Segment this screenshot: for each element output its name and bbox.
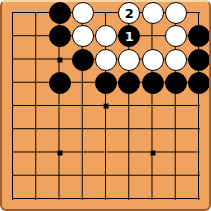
intersection[interactable]	[94, 187, 117, 210]
intersection[interactable]	[71, 48, 94, 71]
intersection-star-point[interactable]	[141, 141, 164, 164]
intersection[interactable]	[48, 25, 71, 48]
intersection[interactable]	[118, 187, 141, 210]
move-2-label: 2	[125, 7, 134, 20]
intersection[interactable]	[164, 118, 187, 141]
black-stone	[118, 72, 140, 94]
white-stone	[72, 25, 94, 47]
black-stone	[49, 72, 71, 94]
intersection[interactable]	[94, 164, 117, 187]
intersection[interactable]	[71, 94, 94, 117]
intersection[interactable]	[118, 48, 141, 71]
intersection-star-point[interactable]	[141, 48, 164, 71]
intersection[interactable]	[187, 118, 210, 141]
intersection[interactable]	[48, 71, 71, 94]
white-stone	[165, 2, 187, 24]
black-stone: 1	[118, 25, 140, 47]
intersection[interactable]	[141, 25, 164, 48]
black-stone	[142, 72, 164, 94]
black-stone	[95, 72, 117, 94]
intersection[interactable]	[71, 71, 94, 94]
intersection[interactable]	[118, 141, 141, 164]
intersection[interactable]	[94, 48, 117, 71]
intersection[interactable]	[48, 164, 71, 187]
intersection[interactable]	[1, 48, 24, 71]
intersection[interactable]	[141, 118, 164, 141]
intersection[interactable]	[187, 187, 210, 210]
white-stone	[142, 49, 164, 71]
intersection[interactable]	[164, 25, 187, 48]
black-stone	[165, 72, 187, 94]
intersection[interactable]	[25, 94, 48, 117]
intersection[interactable]	[141, 94, 164, 117]
intersection[interactable]	[1, 141, 24, 164]
intersection[interactable]	[25, 71, 48, 94]
intersection[interactable]	[25, 141, 48, 164]
intersection[interactable]	[71, 164, 94, 187]
intersection[interactable]	[71, 25, 94, 48]
intersection[interactable]	[187, 71, 210, 94]
white-stone: 2	[118, 2, 140, 24]
white-stone	[95, 25, 117, 47]
intersection[interactable]	[94, 71, 117, 94]
intersection[interactable]	[25, 1, 48, 24]
intersection[interactable]	[94, 118, 117, 141]
intersection-star-point[interactable]	[48, 48, 71, 71]
black-stone	[49, 2, 71, 24]
intersection[interactable]	[48, 1, 71, 24]
intersection[interactable]	[25, 164, 48, 187]
go-board: 21	[0, 0, 211, 211]
intersection[interactable]	[187, 48, 210, 71]
intersection[interactable]	[48, 118, 71, 141]
white-stone	[165, 25, 187, 47]
black-stone	[188, 49, 210, 71]
white-stone	[95, 49, 117, 71]
intersection[interactable]	[1, 118, 24, 141]
intersection[interactable]	[25, 48, 48, 71]
intersection[interactable]: 2	[118, 1, 141, 24]
intersection[interactable]	[71, 118, 94, 141]
intersection[interactable]	[164, 48, 187, 71]
intersection[interactable]	[1, 25, 24, 48]
intersection[interactable]	[71, 141, 94, 164]
intersection[interactable]	[141, 187, 164, 210]
black-stone	[49, 25, 71, 47]
intersection[interactable]	[187, 94, 210, 117]
move-1-label: 1	[125, 30, 134, 43]
black-stone	[188, 72, 210, 94]
intersection[interactable]	[25, 118, 48, 141]
intersection[interactable]	[141, 164, 164, 187]
intersection[interactable]	[71, 1, 94, 24]
intersection[interactable]	[25, 187, 48, 210]
intersection[interactable]	[118, 164, 141, 187]
intersection[interactable]	[164, 71, 187, 94]
intersection[interactable]	[164, 94, 187, 117]
black-stone	[72, 49, 94, 71]
intersection[interactable]	[141, 1, 164, 24]
intersection[interactable]	[48, 94, 71, 117]
white-stone	[165, 49, 187, 71]
intersection[interactable]: 1	[118, 25, 141, 48]
intersection-star-point[interactable]	[94, 94, 117, 117]
intersection[interactable]	[118, 71, 141, 94]
intersections-grid: 21	[1, 1, 210, 210]
intersection[interactable]	[141, 71, 164, 94]
intersection[interactable]	[164, 141, 187, 164]
intersection[interactable]	[94, 1, 117, 24]
intersection[interactable]	[187, 141, 210, 164]
intersection[interactable]	[71, 187, 94, 210]
white-stone	[142, 2, 164, 24]
intersection[interactable]	[187, 1, 210, 24]
intersection[interactable]	[118, 118, 141, 141]
intersection[interactable]	[1, 1, 24, 24]
intersection[interactable]	[164, 1, 187, 24]
intersection[interactable]	[118, 94, 141, 117]
intersection[interactable]	[187, 164, 210, 187]
intersection[interactable]	[25, 25, 48, 48]
intersection[interactable]	[187, 25, 210, 48]
intersection[interactable]	[94, 25, 117, 48]
intersection[interactable]	[1, 187, 24, 210]
intersection[interactable]	[94, 141, 117, 164]
intersection[interactable]	[1, 94, 24, 117]
intersection[interactable]	[1, 71, 24, 94]
white-stone	[72, 2, 94, 24]
black-stone	[188, 25, 210, 47]
intersection[interactable]	[164, 187, 187, 210]
white-stone	[118, 49, 140, 71]
intersection[interactable]	[1, 164, 24, 187]
intersection[interactable]	[164, 164, 187, 187]
intersection[interactable]	[48, 187, 71, 210]
intersection-star-point[interactable]	[48, 141, 71, 164]
